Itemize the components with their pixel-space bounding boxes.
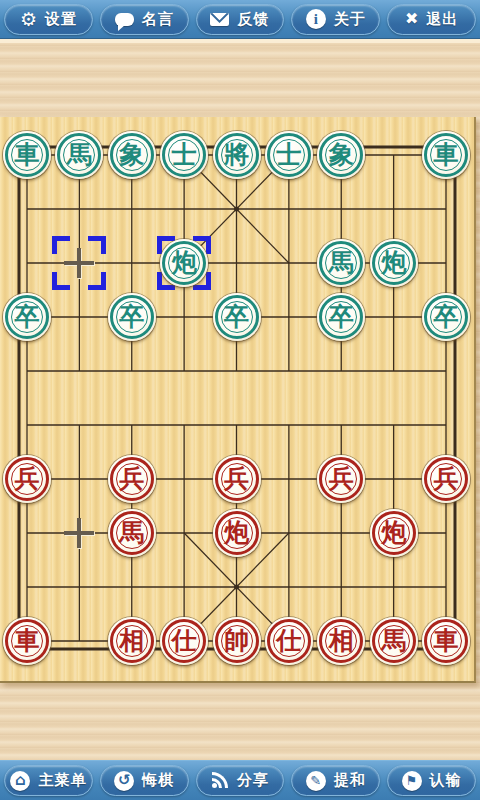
piece-glyph: 炮	[381, 250, 406, 275]
piece-glyph: 車	[434, 142, 459, 167]
piece-glyph: 炮	[172, 250, 197, 275]
info-icon: i	[306, 9, 326, 29]
piece-black[interactable]: 車	[422, 131, 470, 179]
piece-glyph: 兵	[434, 466, 459, 491]
piece-black[interactable]: 士	[265, 131, 313, 179]
piece-glyph: 兵	[329, 466, 354, 491]
main-menu-button[interactable]: ⌂主菜单	[4, 765, 93, 796]
flag-icon: ⚑	[402, 771, 422, 791]
piece-glyph: 仕	[172, 628, 197, 653]
piece-glyph: 象	[329, 142, 354, 167]
piece-glyph: 馬	[329, 250, 354, 275]
mail-icon	[210, 13, 229, 26]
gear-icon: ⚙	[20, 10, 37, 29]
piece-red[interactable]: 兵	[3, 455, 51, 503]
piece-red[interactable]: 馬	[370, 617, 418, 665]
about-button[interactable]: i关于	[291, 4, 380, 35]
piece-black[interactable]: 將	[213, 131, 261, 179]
piece-glyph: 炮	[224, 520, 249, 545]
piece-black[interactable]: 馬	[317, 239, 365, 287]
piece-glyph: 炮	[381, 520, 406, 545]
piece-black[interactable]: 炮	[160, 239, 208, 287]
piece-black[interactable]: 炮	[370, 239, 418, 287]
piece-glyph: 車	[15, 142, 40, 167]
wood-highlight-strip	[0, 39, 480, 43]
piece-black[interactable]: 象	[108, 131, 156, 179]
undo-move-button[interactable]: ↺悔棋	[100, 765, 189, 796]
piece-glyph: 卒	[434, 304, 459, 329]
piece-red[interactable]: 帥	[213, 617, 261, 665]
piece-red[interactable]: 車	[3, 617, 51, 665]
piece-black[interactable]: 卒	[108, 293, 156, 341]
piece-red[interactable]: 相	[108, 617, 156, 665]
piece-glyph: 車	[434, 628, 459, 653]
piece-glyph: 卒	[119, 304, 144, 329]
piece-red[interactable]: 仕	[160, 617, 208, 665]
piece-black[interactable]: 士	[160, 131, 208, 179]
board-grid	[0, 117, 474, 681]
button-label: 设置	[45, 10, 77, 29]
piece-red[interactable]: 兵	[422, 455, 470, 503]
button-label: 关于	[334, 10, 366, 29]
piece-red[interactable]: 相	[317, 617, 365, 665]
piece-red[interactable]: 兵	[213, 455, 261, 503]
button-label: 提和	[334, 771, 366, 790]
settings-button[interactable]: ⚙设置	[4, 4, 93, 35]
button-label: 悔棋	[142, 771, 174, 790]
last-move-from-marker	[52, 236, 106, 290]
piece-glyph: 將	[224, 142, 249, 167]
resign-button[interactable]: ⚑认输	[387, 765, 476, 796]
piece-glyph: 卒	[329, 304, 354, 329]
button-label: 认输	[430, 771, 462, 790]
button-label: 主菜单	[38, 771, 86, 790]
close-icon: ✖	[405, 11, 418, 27]
home-icon: ⌂	[10, 771, 30, 791]
piece-glyph: 兵	[224, 466, 249, 491]
piece-glyph: 仕	[276, 628, 301, 653]
button-label: 反馈	[237, 10, 269, 29]
piece-glyph: 兵	[119, 466, 144, 491]
piece-glyph: 車	[15, 628, 40, 653]
piece-black[interactable]: 車	[3, 131, 51, 179]
pencil-icon: ✎	[306, 771, 326, 791]
exit-button[interactable]: ✖退出	[387, 4, 476, 35]
undo-icon: ↺	[114, 771, 134, 791]
piece-glyph: 士	[172, 142, 197, 167]
piece-glyph: 帥	[224, 628, 249, 653]
piece-black[interactable]: 卒	[422, 293, 470, 341]
feedback-button[interactable]: 反馈	[196, 4, 285, 35]
piece-black[interactable]: 卒	[317, 293, 365, 341]
offer-draw-button[interactable]: ✎提和	[291, 765, 380, 796]
speech-icon	[115, 13, 134, 26]
piece-glyph: 相	[119, 628, 144, 653]
button-label: 名言	[142, 10, 174, 29]
share-icon	[211, 772, 229, 789]
piece-black[interactable]: 卒	[213, 293, 261, 341]
quotes-button[interactable]: 名言	[100, 4, 189, 35]
piece-red[interactable]: 炮	[213, 509, 261, 557]
piece-glyph: 卒	[224, 304, 249, 329]
app-screen: ⚙设置名言反馈i关于✖退出 車馬象士將士象車炮馬炮卒卒卒卒卒兵兵兵兵兵馬炮炮車相…	[0, 0, 480, 800]
piece-glyph: 馬	[119, 520, 144, 545]
piece-red[interactable]: 車	[422, 617, 470, 665]
piece-red[interactable]: 兵	[108, 455, 156, 503]
top-toolbar: ⚙设置名言反馈i关于✖退出	[0, 0, 480, 39]
piece-glyph: 相	[329, 628, 354, 653]
piece-red[interactable]: 兵	[317, 455, 365, 503]
piece-black[interactable]: 卒	[3, 293, 51, 341]
xiangqi-board[interactable]: 車馬象士將士象車炮馬炮卒卒卒卒卒兵兵兵兵兵馬炮炮車相仕帥仕相馬車	[0, 117, 476, 683]
piece-red[interactable]: 炮	[370, 509, 418, 557]
piece-glyph: 士	[276, 142, 301, 167]
button-label: 分享	[237, 771, 269, 790]
piece-glyph: 象	[119, 142, 144, 167]
piece-glyph: 馬	[381, 628, 406, 653]
piece-red[interactable]: 馬	[108, 509, 156, 557]
piece-glyph: 馬	[67, 142, 92, 167]
button-label: 退出	[426, 10, 458, 29]
piece-glyph: 卒	[15, 304, 40, 329]
piece-red[interactable]: 仕	[265, 617, 313, 665]
bottom-toolbar: ⌂主菜单↺悔棋分享✎提和⚑认输	[0, 760, 480, 800]
piece-black[interactable]: 象	[317, 131, 365, 179]
share-button[interactable]: 分享	[196, 765, 285, 796]
piece-glyph: 兵	[15, 466, 40, 491]
point-marker-cross	[64, 518, 94, 548]
